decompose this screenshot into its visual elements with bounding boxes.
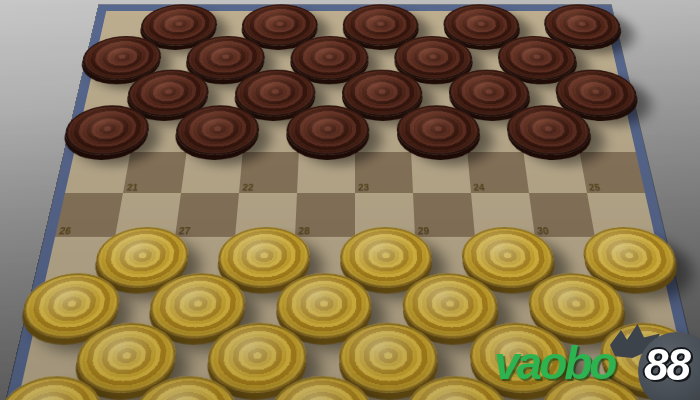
square-number: 22 xyxy=(242,183,254,192)
brand-logo[interactable]: vaobo 88 xyxy=(488,326,700,400)
light-square xyxy=(65,152,130,193)
square-30[interactable]: 30 xyxy=(529,193,595,237)
brand-number: 88 xyxy=(644,340,689,390)
light-man-33[interactable] xyxy=(339,227,432,288)
square-9[interactable]: 9 xyxy=(406,43,460,77)
square-24[interactable]: 24 xyxy=(467,152,529,193)
square-34[interactable]: 34 xyxy=(475,237,541,284)
square-20[interactable]: 20 xyxy=(518,113,579,151)
square-49[interactable]: 49 xyxy=(422,389,494,400)
square-11[interactable]: 11 xyxy=(137,77,196,113)
square-14[interactable]: 14 xyxy=(461,77,519,113)
square-43[interactable]: 43 xyxy=(355,334,422,388)
light-man-43[interactable] xyxy=(338,323,439,393)
square-27[interactable]: 27 xyxy=(175,193,239,237)
square-17[interactable]: 17 xyxy=(187,113,247,151)
square-4[interactable]: 4 xyxy=(455,11,509,43)
square-5[interactable]: 5 xyxy=(554,11,611,43)
square-21[interactable]: 21 xyxy=(123,152,187,193)
square-number: 25 xyxy=(588,183,601,192)
square-number: 30 xyxy=(537,226,550,236)
square-26[interactable]: 26 xyxy=(55,193,123,237)
square-29[interactable]: 29 xyxy=(413,193,475,237)
square-41[interactable]: 41 xyxy=(88,334,162,388)
square-39[interactable]: 39 xyxy=(417,284,484,334)
square-number: 24 xyxy=(473,183,485,192)
square-22[interactable]: 22 xyxy=(239,152,299,193)
square-19[interactable]: 19 xyxy=(409,113,467,151)
square-10[interactable]: 10 xyxy=(509,43,566,77)
square-number: 21 xyxy=(126,183,139,192)
square-23[interactable]: 23 xyxy=(355,152,413,193)
light-square xyxy=(297,152,355,193)
square-47[interactable]: 47 xyxy=(146,389,221,400)
square-42[interactable]: 42 xyxy=(221,334,290,388)
square-46[interactable]: 46 xyxy=(7,389,87,400)
board-scene: 1234567891011121314151617181920212223242… xyxy=(0,0,700,400)
square-number: 26 xyxy=(58,226,72,236)
square-25[interactable]: 25 xyxy=(580,152,645,193)
square-6[interactable]: 6 xyxy=(91,43,150,77)
square-3[interactable]: 3 xyxy=(355,11,406,43)
square-15[interactable]: 15 xyxy=(566,77,627,113)
square-7[interactable]: 7 xyxy=(197,43,253,77)
square-1[interactable]: 1 xyxy=(150,11,206,43)
light-square xyxy=(523,152,587,193)
square-number: 23 xyxy=(358,183,369,192)
light-man-38[interactable] xyxy=(274,273,371,338)
brand-text: vaobo xyxy=(494,336,614,390)
square-number: 28 xyxy=(298,226,310,236)
square-18[interactable]: 18 xyxy=(299,113,355,151)
light-square xyxy=(181,152,243,193)
square-28[interactable]: 28 xyxy=(295,193,355,237)
square-38[interactable]: 38 xyxy=(291,284,355,334)
square-2[interactable]: 2 xyxy=(253,11,306,43)
square-16[interactable]: 16 xyxy=(74,113,137,151)
square-number: 29 xyxy=(418,226,430,236)
square-48[interactable]: 48 xyxy=(285,389,355,400)
square-number: 27 xyxy=(178,226,191,236)
square-36[interactable]: 36 xyxy=(33,284,107,334)
square-32[interactable]: 32 xyxy=(231,237,295,284)
square-13[interactable]: 13 xyxy=(355,77,409,113)
square-31[interactable]: 31 xyxy=(107,237,175,284)
light-square xyxy=(411,152,471,193)
square-37[interactable]: 37 xyxy=(162,284,231,334)
square-12[interactable]: 12 xyxy=(246,77,302,113)
square-33[interactable]: 33 xyxy=(355,237,417,284)
square-8[interactable]: 8 xyxy=(302,43,355,77)
square-35[interactable]: 35 xyxy=(595,237,666,284)
dark-man-18[interactable] xyxy=(285,105,369,155)
